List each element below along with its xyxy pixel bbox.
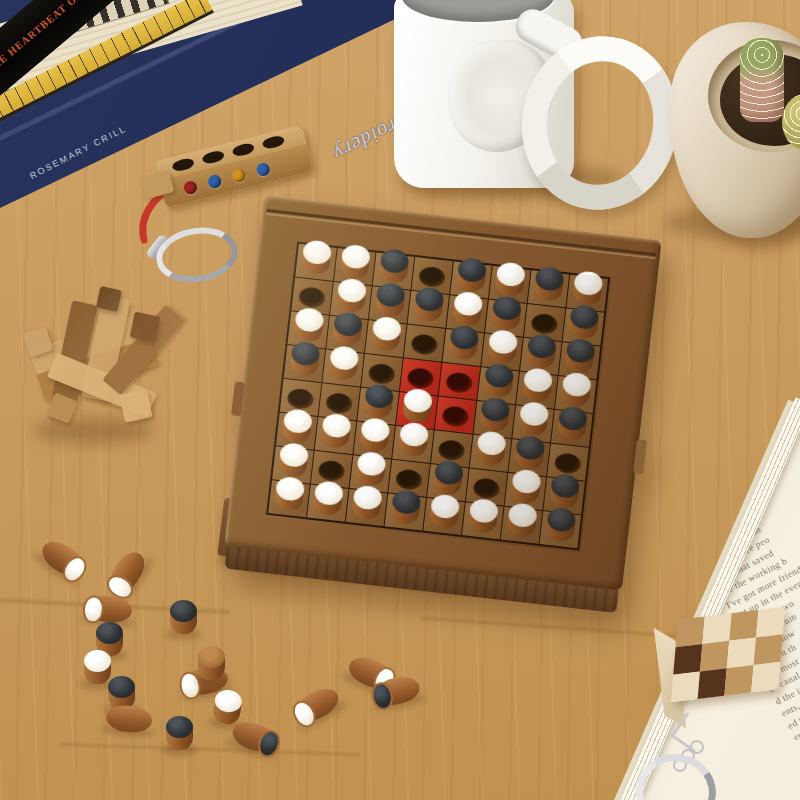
tabletop-scene: THE HEARTBEAT OF AFRICA Embroidery ROSEM… (0, 0, 800, 800)
cube-checker-square (702, 613, 731, 644)
cube-checker-square (700, 641, 729, 672)
peg-hole (368, 363, 396, 386)
cactus (740, 38, 784, 122)
peg-hole (325, 392, 353, 415)
board-cell-b4 (322, 349, 363, 386)
board-cell-f6 (470, 435, 511, 472)
peg-hole (286, 388, 314, 411)
board-cell-b6 (315, 417, 356, 454)
peg-hole (418, 266, 446, 289)
board-cell-f8 (462, 502, 503, 539)
board-cell-a1 (295, 244, 336, 281)
cube-checker-square (698, 668, 727, 699)
cube-checker-square (724, 665, 753, 696)
whistle-body (154, 124, 313, 207)
board-cell-a8 (268, 480, 309, 517)
loose-peg (84, 650, 111, 684)
board-cell-d6 (392, 426, 433, 463)
colored-dot (182, 179, 198, 195)
whistle-hole (201, 149, 225, 165)
othello-board (266, 242, 610, 551)
elephant-mug (386, 0, 656, 203)
cube-checker-square (671, 672, 700, 703)
peg-hole (554, 453, 582, 476)
loose-peg (85, 594, 133, 625)
loose-peg (103, 547, 150, 600)
board-cell-e3 (443, 329, 484, 366)
cube-checker-square (729, 610, 758, 641)
cube-checker-square (754, 634, 783, 665)
board-cell-e4 (439, 363, 480, 400)
board-cell-a4 (284, 345, 325, 382)
book-text-line: six te (632, 257, 800, 432)
table-grain-streak (60, 743, 360, 756)
board-cell-d8 (385, 493, 426, 530)
board-cell-e5 (435, 397, 476, 434)
whistle-hole (231, 141, 255, 157)
peg-hole (530, 313, 558, 336)
othello-board-box (224, 195, 661, 590)
cube-checker-square (676, 617, 705, 648)
board-cell-g1 (528, 270, 569, 307)
cube-checker-square (756, 607, 785, 638)
loose-peg (170, 600, 197, 634)
whistle-hole (261, 134, 285, 150)
peg-hole (298, 287, 326, 310)
board-cell-g8 (501, 507, 542, 544)
loose-peg (291, 683, 344, 728)
checkered-cube-keychain (648, 606, 798, 800)
book-text-line: gone b (638, 269, 800, 444)
peg-hole (395, 469, 423, 492)
peg-hole (406, 367, 434, 390)
cube-checker-square (727, 637, 756, 668)
puzzle-stick (96, 286, 122, 312)
colored-dot (255, 161, 271, 177)
board-cell-d2 (408, 291, 449, 328)
loose-peg (198, 646, 225, 680)
cactus-planter (664, 10, 800, 242)
board-cell-c8 (346, 489, 387, 526)
peg-hole (441, 406, 469, 429)
cube-top-face (671, 607, 785, 703)
puzzle-stick (130, 312, 161, 343)
loose-peg (105, 704, 153, 735)
burr-puzzle (10, 280, 185, 455)
cube-checker-square (673, 644, 702, 675)
peg-hole (437, 439, 465, 462)
loose-peg (166, 716, 193, 750)
loose-peg (37, 535, 90, 582)
peg-hole (317, 460, 345, 483)
board-cell-b8 (307, 485, 348, 522)
board-cell-h8 (540, 511, 581, 548)
whistle-hole (171, 156, 195, 172)
cube-checker-square (751, 662, 780, 693)
colored-dot (207, 173, 223, 189)
puzzle-stick (119, 389, 152, 422)
peg-hole (472, 478, 500, 501)
board-cell-d3 (404, 325, 445, 362)
board-cell-c3 (365, 320, 406, 357)
board-cell-e8 (423, 498, 464, 535)
board-cell-h5 (551, 410, 592, 447)
peg-hole (445, 372, 473, 395)
colored-dot (231, 167, 247, 183)
peg-hole (410, 334, 438, 357)
